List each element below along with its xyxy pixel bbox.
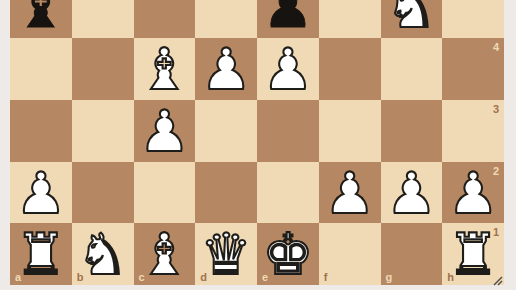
square-g2[interactable]: ♟ <box>381 162 443 224</box>
square-e1[interactable]: e♚ <box>257 223 319 285</box>
square-a1[interactable]: a♜ <box>10 223 72 285</box>
square-a2[interactable]: ♟ <box>10 162 72 224</box>
square-a5[interactable]: ♝ <box>10 0 72 38</box>
square-f4[interactable] <box>319 38 381 100</box>
piece-white-pawn[interactable]: ♟ <box>442 162 504 224</box>
square-g3[interactable] <box>381 100 443 162</box>
square-c5[interactable] <box>134 0 196 38</box>
square-a4[interactable] <box>10 38 72 100</box>
piece-white-pawn[interactable]: ♟ <box>134 100 196 162</box>
square-b4[interactable] <box>72 38 134 100</box>
piece-white-knight[interactable]: ♞ <box>72 223 134 285</box>
square-g4[interactable] <box>381 38 443 100</box>
piece-black-pawn[interactable]: ♟ <box>257 0 319 38</box>
piece-white-pawn[interactable]: ♟ <box>319 162 381 224</box>
piece-white-pawn[interactable]: ♟ <box>257 38 319 100</box>
square-f1[interactable]: f <box>319 223 381 285</box>
piece-white-bishop[interactable]: ♝ <box>134 223 196 285</box>
square-e2[interactable] <box>257 162 319 224</box>
square-e5[interactable]: ♟ <box>257 0 319 38</box>
square-g5[interactable]: ♞ <box>381 0 443 38</box>
square-a3[interactable] <box>10 100 72 162</box>
square-d1[interactable]: d♛ <box>195 223 257 285</box>
square-h1[interactable]: 1h♜ <box>442 223 504 285</box>
square-h2[interactable]: 2♟ <box>442 162 504 224</box>
coord-file-g: g <box>386 271 393 283</box>
coord-rank-4: 4 <box>493 41 499 53</box>
square-e3[interactable] <box>257 100 319 162</box>
piece-white-pawn[interactable]: ♟ <box>195 38 257 100</box>
square-d4[interactable]: ♟ <box>195 38 257 100</box>
square-f3[interactable] <box>319 100 381 162</box>
piece-white-pawn[interactable]: ♟ <box>381 162 443 224</box>
square-b2[interactable] <box>72 162 134 224</box>
page-background: ♝♟♞♝♟♟4♟3♟♟♟2♟a♜b♞c♝d♛e♚fg1h♜ <box>0 0 516 290</box>
square-e4[interactable]: ♟ <box>257 38 319 100</box>
square-d3[interactable] <box>195 100 257 162</box>
square-b1[interactable]: b♞ <box>72 223 134 285</box>
square-d5[interactable] <box>195 0 257 38</box>
square-f5[interactable] <box>319 0 381 38</box>
piece-black-bishop[interactable]: ♝ <box>10 0 72 38</box>
square-c3[interactable]: ♟ <box>134 100 196 162</box>
chess-board[interactable]: ♝♟♞♝♟♟4♟3♟♟♟2♟a♜b♞c♝d♛e♚fg1h♜ <box>10 0 504 285</box>
coord-file-f: f <box>324 271 328 283</box>
square-c1[interactable]: c♝ <box>134 223 196 285</box>
square-b5[interactable] <box>72 0 134 38</box>
piece-white-bishop[interactable]: ♝ <box>134 38 196 100</box>
square-d2[interactable] <box>195 162 257 224</box>
square-c2[interactable] <box>134 162 196 224</box>
piece-white-knight[interactable]: ♞ <box>381 0 443 38</box>
coord-rank-3: 3 <box>493 103 499 115</box>
board-resize-handle-icon[interactable] <box>491 272 503 284</box>
square-b3[interactable] <box>72 100 134 162</box>
square-h4[interactable]: 4 <box>442 38 504 100</box>
piece-white-king[interactable]: ♚ <box>257 223 319 285</box>
piece-white-pawn[interactable]: ♟ <box>10 162 72 224</box>
piece-white-rook[interactable]: ♜ <box>10 223 72 285</box>
square-c4[interactable]: ♝ <box>134 38 196 100</box>
square-h3[interactable]: 3 <box>442 100 504 162</box>
piece-white-queen[interactable]: ♛ <box>195 223 257 285</box>
square-h5[interactable] <box>442 0 504 38</box>
square-f2[interactable]: ♟ <box>319 162 381 224</box>
square-g1[interactable]: g <box>381 223 443 285</box>
